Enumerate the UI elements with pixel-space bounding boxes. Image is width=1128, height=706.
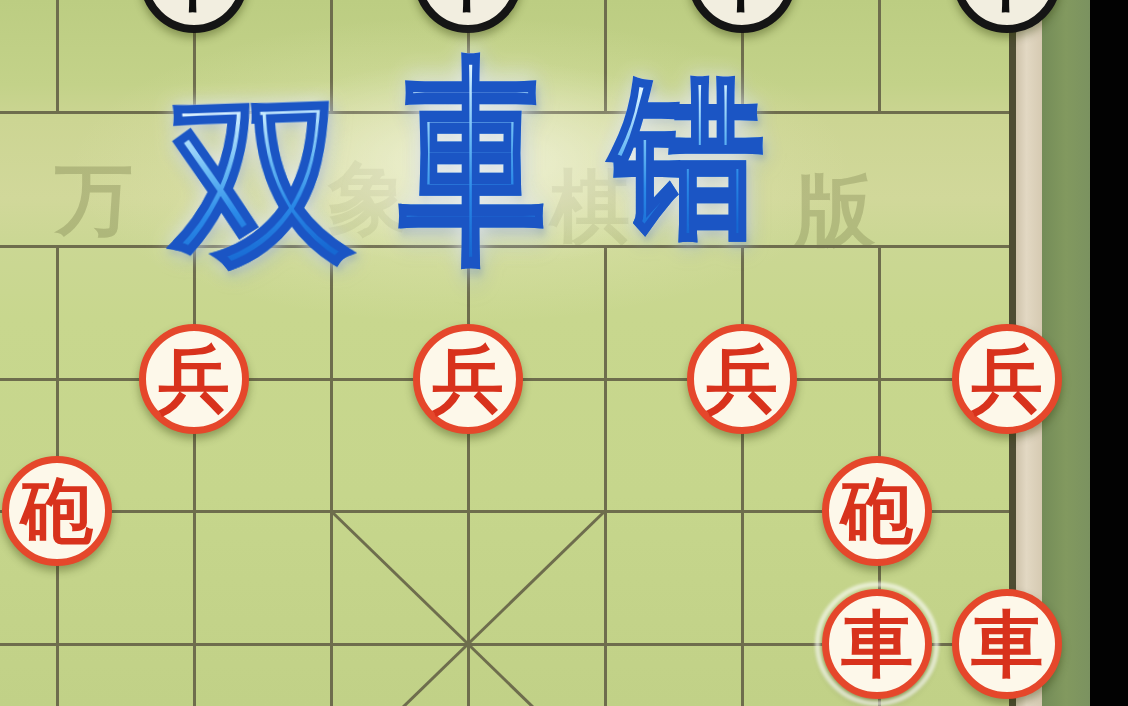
black-piece-glyph: 卒 [707,0,777,14]
black-piece-glyph: 卒 [159,0,229,14]
title-char-shuang: 双 [168,90,354,276]
red-soldier-file6[interactable]: 兵 [687,324,797,434]
red-soldier-file8[interactable]: 兵 [952,324,1062,434]
red-cannon-file1[interactable]: 砲 [2,456,112,566]
red-piece-glyph: 車 [971,608,1043,680]
red-piece-glyph: 兵 [158,343,230,415]
red-piece-glyph: 車 [841,608,913,680]
red-piece-glyph: 兵 [706,343,778,415]
red-chariot-file8[interactable]: 車 [952,589,1062,699]
title-char-ju: 車 [400,52,545,270]
red-piece-glyph: 砲 [841,475,913,547]
red-soldier-file2[interactable]: 兵 [139,324,249,434]
red-chariot-file7[interactable]: 車 [822,589,932,699]
xiangqi-board-screenshot: 万 象 棋 版 卒卒卒卒兵兵兵兵砲砲車車 双 車 错 [0,0,1128,706]
red-piece-glyph: 兵 [432,343,504,415]
title-char-cuo: 错 [612,72,764,244]
letterbox-bar [1090,0,1128,706]
black-piece-glyph: 卒 [433,0,503,14]
black-piece-glyph: 卒 [972,0,1042,14]
red-piece-glyph: 兵 [971,343,1043,415]
red-piece-glyph: 砲 [21,475,93,547]
red-cannon-file7[interactable]: 砲 [822,456,932,566]
red-soldier-file4[interactable]: 兵 [413,324,523,434]
